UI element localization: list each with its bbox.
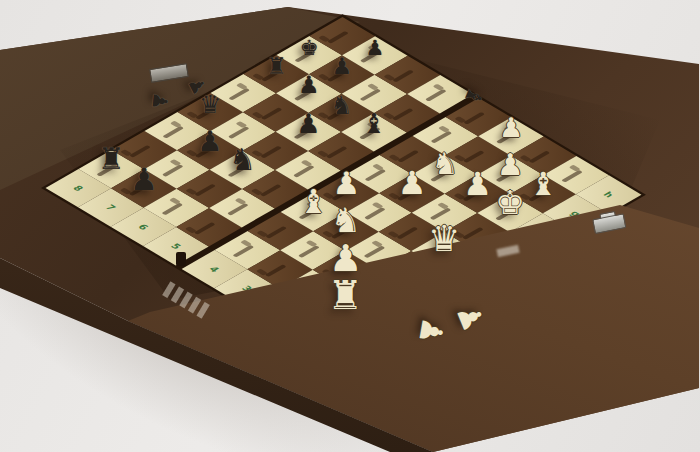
piece-white-bishop-g1[interactable]: ♝ [529,168,558,200]
piece-white-pawn[interactable]: ♟ [414,315,448,347]
piece-white-king-f1[interactable]: ♚ [495,186,525,219]
piece-white-knight-c3[interactable]: ♞ [331,204,361,238]
piece-white-pawn-g2[interactable]: ♟ [497,150,524,180]
piece-black-pawn-f7[interactable]: ♟ [298,74,320,98]
piece-white-pawn-h3[interactable]: ♟ [499,114,523,141]
piece-black-pawn-g7[interactable]: ♟ [332,56,353,79]
piece-black-pawn-h7[interactable]: ♟ [365,38,384,59]
piece-black-rook-f8[interactable]: ♜ [266,55,287,78]
piece-white-pawn-d4[interactable]: ♟ [333,168,361,199]
piece-white-rook-a1[interactable]: ♜ [327,275,363,315]
piece-white-pawn-b2[interactable]: ♟ [329,239,362,276]
photo-stage: 87654321abcdefgh ♜♛♜♚♟♟♟♟♟♞♟♞♝♝♟♞♟♞♟♟♟♟♜… [0,0,700,452]
piece-white-bishop-c4[interactable]: ♝ [299,185,329,218]
piece-black-knight-c6[interactable]: ♞ [229,145,256,175]
piece-white-queen-d1[interactable]: ♛ [428,222,460,258]
piece-black-pawn[interactable]: ♟ [149,91,170,111]
piece-black-rook-a8[interactable]: ♜ [98,145,125,175]
piece-white-pawn-f2[interactable]: ♟ [463,168,492,200]
piece-black-pawn-e6[interactable]: ♟ [296,110,320,137]
piece-black-bishop-f5[interactable]: ♝ [362,110,386,137]
piece-white-knight-f3[interactable]: ♞ [432,150,459,180]
piece-black-pawn-a7[interactable]: ♟ [130,163,158,194]
piece-black-king-g8[interactable]: ♚ [300,38,319,59]
fold-hinge-icon [176,252,186,266]
piece-black-knight-f6[interactable]: ♞ [330,92,352,117]
piece-black-pawn-c7[interactable]: ♟ [197,128,222,156]
piece-white-pawn-e3[interactable]: ♟ [398,167,427,199]
piece-black-queen-d8[interactable]: ♛ [199,92,221,117]
